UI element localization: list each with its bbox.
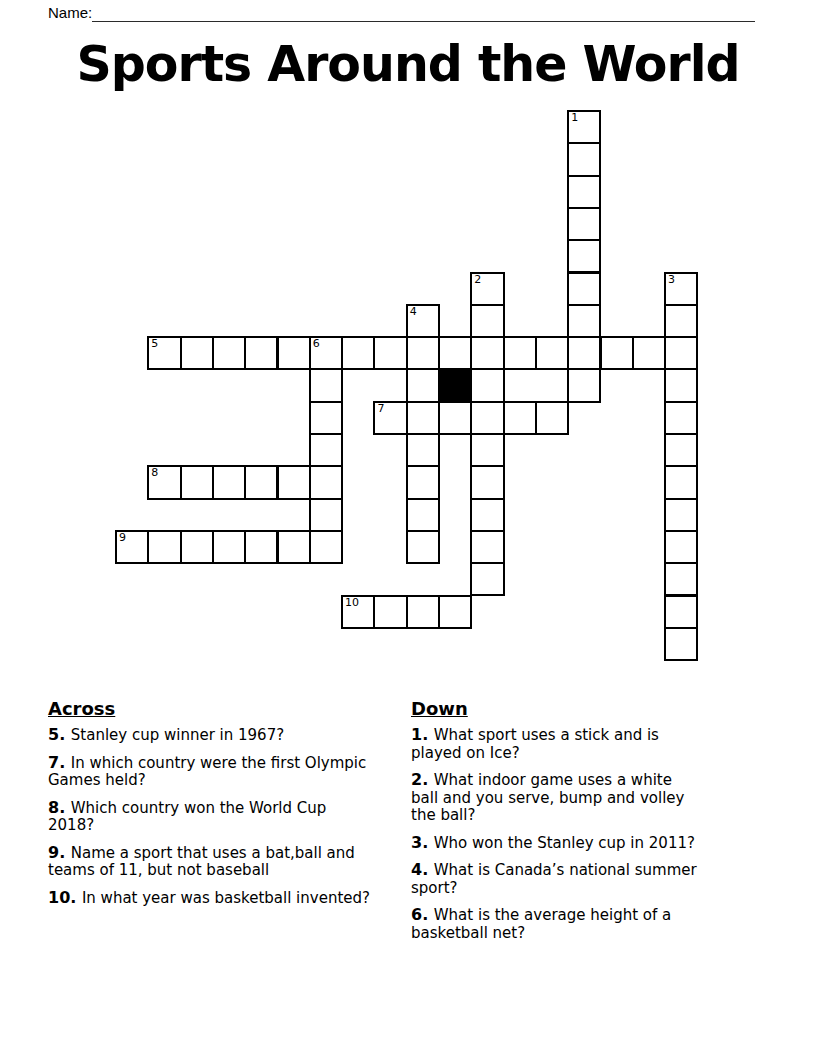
crossword-cell[interactable] <box>212 465 246 499</box>
clue-item: 5. Stanley cup winner in 1967? <box>48 726 370 745</box>
crossword-cell[interactable] <box>664 530 698 564</box>
crossword-cell[interactable]: 5 <box>147 336 181 370</box>
cell-number: 8 <box>151 467 158 479</box>
clue-item: 4. What is Canada’s national summer spor… <box>411 861 698 897</box>
cell-number: 1 <box>571 112 578 124</box>
clue-item: 7. In which country were the first Olymp… <box>48 754 370 790</box>
crossword-cell[interactable] <box>180 530 214 564</box>
crossword-cell[interactable] <box>470 336 504 370</box>
crossword-cell[interactable] <box>180 465 214 499</box>
crossword-cell[interactable] <box>470 465 504 499</box>
crossword-cell[interactable] <box>212 336 246 370</box>
crossword-cell[interactable] <box>341 336 375 370</box>
crossword-cell[interactable] <box>147 530 181 564</box>
crossword-cell[interactable] <box>567 239 601 273</box>
crossword-cell[interactable] <box>212 530 246 564</box>
cell-number: 10 <box>345 597 359 609</box>
crossword-cell[interactable] <box>470 498 504 532</box>
down-clues-section: Down 1. What sport uses a stick and is p… <box>411 698 698 951</box>
clue-number: 6. <box>411 905 434 924</box>
crossword-cell[interactable] <box>664 433 698 467</box>
crossword-cell[interactable]: 2 <box>470 272 504 306</box>
crossword-cell[interactable] <box>406 595 440 629</box>
crossword-cell[interactable] <box>373 595 407 629</box>
crossword-cell[interactable]: 4 <box>406 304 440 338</box>
crossword-cell[interactable] <box>406 368 440 402</box>
clue-number: 1. <box>411 725 434 744</box>
clue-item: 1. What sport uses a stick and is played… <box>411 726 698 762</box>
clue-number: 9. <box>48 843 71 862</box>
down-clues-list: 1. What sport uses a stick and is played… <box>411 726 698 942</box>
crossword-cell[interactable] <box>406 498 440 532</box>
clue-number: 10. <box>48 888 82 907</box>
cell-number: 6 <box>313 338 320 350</box>
clue-item: 3. Who won the Stanley cup in 2011? <box>411 834 698 853</box>
clue-number: 5. <box>48 725 71 744</box>
clue-number: 8. <box>48 798 71 817</box>
crossword-cell[interactable] <box>309 530 343 564</box>
crossword-cell[interactable] <box>406 530 440 564</box>
clue-item: 10. In what year was basketball invented… <box>48 889 370 908</box>
crossword-cell[interactable]: 1 <box>567 110 601 144</box>
crossword-cell[interactable] <box>535 401 569 435</box>
crossword-cell[interactable] <box>438 595 472 629</box>
cell-number: 5 <box>151 338 158 350</box>
across-clues-list: 5. Stanley cup winner in 1967?7. In whic… <box>48 726 370 907</box>
crossword-cell[interactable] <box>277 465 311 499</box>
clue-item: 6. What is the average height of a baske… <box>411 906 698 942</box>
crossword-cell[interactable] <box>277 530 311 564</box>
crossword-cell[interactable] <box>503 401 537 435</box>
crossword-cell[interactable] <box>664 304 698 338</box>
crossword-cell[interactable] <box>567 368 601 402</box>
crossword-cell[interactable] <box>535 336 569 370</box>
crossword-cell[interactable]: 8 <box>147 465 181 499</box>
crossword-cell[interactable] <box>567 336 601 370</box>
cell-number: 2 <box>474 274 481 286</box>
clue-number: 4. <box>411 860 434 879</box>
crossword-cell[interactable] <box>244 336 278 370</box>
cell-number: 9 <box>119 532 126 544</box>
crossword-cell[interactable] <box>180 336 214 370</box>
crossword-cell[interactable] <box>309 465 343 499</box>
clue-text: In what year was basketball invented? <box>82 889 370 907</box>
crossword-cell[interactable] <box>406 401 440 435</box>
crossword-cell[interactable] <box>470 530 504 564</box>
crossword-cell[interactable] <box>309 368 343 402</box>
crossword-cell[interactable] <box>470 433 504 467</box>
crossword-cell[interactable] <box>438 336 472 370</box>
crossword-cell[interactable] <box>600 336 634 370</box>
clue-item: 8. Which country won the World Cup 2018? <box>48 799 370 835</box>
clue-item: 2. What indoor game uses a white ball an… <box>411 771 698 825</box>
black-cell <box>438 368 472 402</box>
clue-text: What is the average height of a basketba… <box>411 906 671 942</box>
crossword-cell[interactable] <box>567 272 601 306</box>
crossword-cell[interactable] <box>309 498 343 532</box>
crossword-cell[interactable] <box>567 304 601 338</box>
crossword-cell[interactable] <box>470 368 504 402</box>
crossword-cell[interactable] <box>632 336 666 370</box>
cell-number: 7 <box>377 403 384 415</box>
down-header: Down <box>411 698 698 719</box>
crossword-cell[interactable] <box>470 304 504 338</box>
crossword-cell[interactable]: 6 <box>309 336 343 370</box>
crossword-cell[interactable] <box>373 336 407 370</box>
crossword-cell[interactable] <box>664 401 698 435</box>
crossword-cell[interactable] <box>567 207 601 241</box>
crossword-cell[interactable] <box>309 433 343 467</box>
crossword-cell[interactable] <box>309 401 343 435</box>
cell-number: 3 <box>668 274 675 286</box>
crossword-cell[interactable] <box>664 498 698 532</box>
crossword-cell[interactable] <box>664 595 698 629</box>
crossword-cell[interactable] <box>438 401 472 435</box>
clue-number: 3. <box>411 833 434 852</box>
crossword-cell[interactable] <box>664 368 698 402</box>
crossword-cell[interactable] <box>567 142 601 176</box>
crossword-cell[interactable] <box>277 336 311 370</box>
clue-text: Name a sport that uses a bat,ball and te… <box>48 844 355 880</box>
crossword-grid: 12345678910 <box>115 110 699 662</box>
clue-text: What is Canada’s national summer sport? <box>411 861 697 897</box>
crossword-cell[interactable] <box>406 336 440 370</box>
crossword-cell[interactable]: 7 <box>373 401 407 435</box>
crossword-cell[interactable] <box>406 465 440 499</box>
crossword-cell[interactable] <box>470 562 504 596</box>
clue-text: What sport uses a stick and is played on… <box>411 726 659 762</box>
clue-text: What indoor game uses a white ball and y… <box>411 771 684 824</box>
clue-number: 2. <box>411 770 434 789</box>
crossword-cell[interactable] <box>244 465 278 499</box>
crossword-cell[interactable]: 3 <box>664 272 698 306</box>
name-blank-line[interactable] <box>92 21 755 22</box>
clue-text: In which country were the first Olympic … <box>48 754 366 790</box>
name-label: Name: <box>48 4 92 21</box>
crossword-cell[interactable] <box>664 336 698 370</box>
crossword-cell[interactable] <box>664 562 698 596</box>
crossword-cell[interactable] <box>664 465 698 499</box>
crossword-cell[interactable] <box>567 175 601 209</box>
clue-item: 9. Name a sport that uses a bat,ball and… <box>48 844 370 880</box>
clue-text: Stanley cup winner in 1967? <box>71 726 284 744</box>
across-clues-section: Across 5. Stanley cup winner in 1967?7. … <box>48 698 370 916</box>
crossword-cell[interactable] <box>244 530 278 564</box>
cell-number: 4 <box>410 306 417 318</box>
clue-text: Who won the Stanley cup in 2011? <box>434 834 695 852</box>
across-header: Across <box>48 698 370 719</box>
crossword-cell[interactable] <box>470 401 504 435</box>
crossword-cell[interactable]: 10 <box>341 595 375 629</box>
clue-number: 7. <box>48 753 71 772</box>
page-title: Sports Around the World <box>0 36 816 93</box>
clue-text: Which country won the World Cup 2018? <box>48 799 326 835</box>
crossword-cell[interactable]: 9 <box>115 530 149 564</box>
name-row: Name: <box>48 2 756 24</box>
crossword-cell[interactable] <box>406 433 440 467</box>
crossword-cell[interactable] <box>664 627 698 661</box>
crossword-cell[interactable] <box>503 336 537 370</box>
